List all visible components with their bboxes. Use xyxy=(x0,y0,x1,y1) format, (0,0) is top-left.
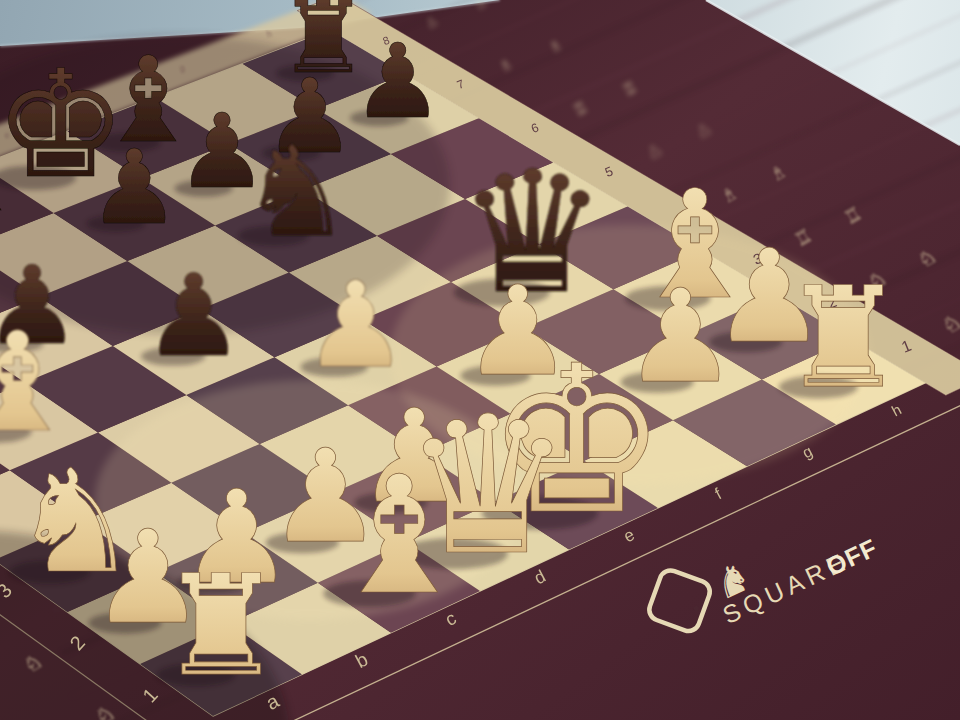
black-pawn-h7: ♟ xyxy=(352,22,444,141)
white-pawn-e4: ♟ xyxy=(302,256,408,394)
black-bishop-d8: ♝ xyxy=(0,100,26,238)
white-bishop-c1: ♝ xyxy=(326,441,472,630)
white-rook-a1: ♜ xyxy=(159,545,284,707)
white-rook-h1: ♜ xyxy=(781,257,906,419)
black-knight-f6: ♞ xyxy=(240,119,352,264)
square-off-board-photo: abcdefgh1234567812345678abcdefgh♞♞♜♝♟♜♝♟… xyxy=(0,0,960,720)
black-pawn-e7: ♟ xyxy=(88,128,180,247)
chessboard: abcdefgh1234567812345678abcdefgh♞♞♜♝♟♜♝♟… xyxy=(0,0,960,720)
black-pawn-d5: ♟ xyxy=(143,250,244,382)
